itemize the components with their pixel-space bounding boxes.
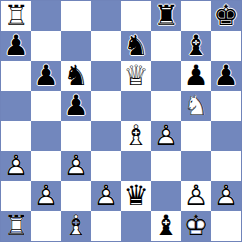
square-b7[interactable]	[31, 31, 61, 61]
square-f7[interactable]	[151, 31, 181, 61]
square-b4[interactable]	[31, 121, 61, 151]
square-h1[interactable]	[211, 211, 241, 241]
black-rook-piece: ♜	[151, 1, 181, 31]
square-a4[interactable]	[1, 121, 31, 151]
white-queen-fill: ♛	[121, 61, 151, 91]
square-h5[interactable]	[211, 91, 241, 121]
white-pawn-piece: ♙	[211, 181, 241, 211]
square-d7[interactable]	[91, 31, 121, 61]
white-rook-fill: ♜	[1, 1, 31, 31]
square-g7[interactable]: ♝	[181, 31, 211, 61]
square-e3[interactable]	[121, 151, 151, 181]
white-pawn-piece: ♙	[151, 121, 181, 151]
white-pawn-piece: ♙	[61, 151, 91, 181]
black-pawn-piece: ♟	[31, 61, 61, 91]
square-h2[interactable]: ♟♙	[211, 181, 241, 211]
square-b6[interactable]: ♟	[31, 61, 61, 91]
white-bishop-piece: ♗	[61, 211, 91, 241]
white-pawn-fill: ♟	[91, 181, 121, 211]
black-pawn-piece: ♟	[1, 31, 31, 61]
white-pawn-piece: ♙	[181, 181, 211, 211]
square-f5[interactable]	[151, 91, 181, 121]
white-pawn-fill: ♟	[151, 121, 181, 151]
square-g3[interactable]	[181, 151, 211, 181]
white-pawn-piece: ♙	[31, 181, 61, 211]
square-f2[interactable]	[151, 181, 181, 211]
square-c6[interactable]: ♞	[61, 61, 91, 91]
square-g4[interactable]	[181, 121, 211, 151]
square-g6[interactable]: ♟	[181, 61, 211, 91]
white-pawn-fill: ♟	[1, 151, 31, 181]
square-g5[interactable]: ♞♘	[181, 91, 211, 121]
white-king-fill: ♚	[181, 211, 211, 241]
square-g8[interactable]	[181, 1, 211, 31]
square-f6[interactable]	[151, 61, 181, 91]
square-f3[interactable]	[151, 151, 181, 181]
white-pawn-fill: ♟	[61, 151, 91, 181]
square-d4[interactable]	[91, 121, 121, 151]
white-bishop-piece: ♗	[121, 121, 151, 151]
square-h6[interactable]: ♟	[211, 61, 241, 91]
square-g2[interactable]: ♟♙	[181, 181, 211, 211]
square-e7[interactable]: ♞	[121, 31, 151, 61]
square-h3[interactable]	[211, 151, 241, 181]
square-a8[interactable]: ♜♖	[1, 1, 31, 31]
square-e2[interactable]: ♛	[121, 181, 151, 211]
square-a6[interactable]	[1, 61, 31, 91]
white-bishop-fill: ♝	[61, 211, 91, 241]
black-pawn-piece: ♟	[61, 91, 91, 121]
square-f8[interactable]: ♜	[151, 1, 181, 31]
square-d1[interactable]	[91, 211, 121, 241]
chess-diagram: ♜♖♜♚♟♞♝♟♞♛♕♟♟♟♞♘♝♗♟♙♟♙♟♙♟♙♟♙♛♟♙♟♙♜♖♝♗♝♚♔	[0, 0, 242, 242]
square-c2[interactable]	[61, 181, 91, 211]
black-bishop-piece: ♝	[181, 31, 211, 61]
square-e1[interactable]	[121, 211, 151, 241]
white-knight-piece: ♘	[181, 91, 211, 121]
square-c7[interactable]	[61, 31, 91, 61]
square-h4[interactable]	[211, 121, 241, 151]
square-h8[interactable]: ♚	[211, 1, 241, 31]
square-f4[interactable]: ♟♙	[151, 121, 181, 151]
white-pawn-piece: ♙	[91, 181, 121, 211]
white-pawn-fill: ♟	[31, 181, 61, 211]
square-c8[interactable]	[61, 1, 91, 31]
square-a7[interactable]: ♟	[1, 31, 31, 61]
white-rook-piece: ♖	[1, 211, 31, 241]
white-rook-fill: ♜	[1, 211, 31, 241]
white-king-piece: ♔	[181, 211, 211, 241]
square-d3[interactable]	[91, 151, 121, 181]
white-knight-fill: ♞	[181, 91, 211, 121]
square-d6[interactable]	[91, 61, 121, 91]
square-a1[interactable]: ♜♖	[1, 211, 31, 241]
square-e8[interactable]	[121, 1, 151, 31]
square-c3[interactable]: ♟♙	[61, 151, 91, 181]
white-pawn-piece: ♙	[1, 151, 31, 181]
square-b5[interactable]	[31, 91, 61, 121]
square-a2[interactable]	[1, 181, 31, 211]
white-bishop-fill: ♝	[121, 121, 151, 151]
square-e5[interactable]	[121, 91, 151, 121]
square-d8[interactable]	[91, 1, 121, 31]
square-g1[interactable]: ♚♔	[181, 211, 211, 241]
square-h7[interactable]	[211, 31, 241, 61]
square-c4[interactable]	[61, 121, 91, 151]
square-b3[interactable]	[31, 151, 61, 181]
black-queen-piece: ♛	[121, 181, 151, 211]
square-b8[interactable]	[31, 1, 61, 31]
white-queen-piece: ♕	[121, 61, 151, 91]
square-d5[interactable]	[91, 91, 121, 121]
square-c5[interactable]: ♟	[61, 91, 91, 121]
square-c1[interactable]: ♝♗	[61, 211, 91, 241]
square-a5[interactable]	[1, 91, 31, 121]
black-pawn-piece: ♟	[181, 61, 211, 91]
black-king-piece: ♚	[211, 1, 241, 31]
square-e6[interactable]: ♛♕	[121, 61, 151, 91]
black-knight-piece: ♞	[121, 31, 151, 61]
square-b2[interactable]: ♟♙	[31, 181, 61, 211]
black-knight-piece: ♞	[61, 61, 91, 91]
white-pawn-fill: ♟	[211, 181, 241, 211]
black-bishop-piece: ♝	[151, 211, 181, 241]
white-pawn-fill: ♟	[181, 181, 211, 211]
chess-board: ♜♖♜♚♟♞♝♟♞♛♕♟♟♟♞♘♝♗♟♙♟♙♟♙♟♙♟♙♛♟♙♟♙♜♖♝♗♝♚♔	[0, 0, 242, 242]
square-d2[interactable]: ♟♙	[91, 181, 121, 211]
white-rook-piece: ♖	[1, 1, 31, 31]
square-b1[interactable]	[31, 211, 61, 241]
square-a3[interactable]: ♟♙	[1, 151, 31, 181]
square-e4[interactable]: ♝♗	[121, 121, 151, 151]
black-pawn-piece: ♟	[211, 61, 241, 91]
square-f1[interactable]: ♝	[151, 211, 181, 241]
